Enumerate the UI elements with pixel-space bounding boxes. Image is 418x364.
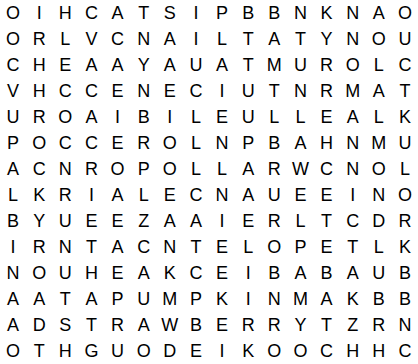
grid-cell[interactable]: L [366,104,392,130]
grid-cell[interactable]: U [105,338,131,364]
grid-cell[interactable]: R [26,234,52,260]
grid-cell[interactable]: A [131,312,157,338]
grid-cell[interactable]: E [314,182,340,208]
grid-cell[interactable]: E [52,52,78,78]
grid-cell[interactable]: C [314,156,340,182]
grid-cell[interactable]: O [157,130,183,156]
grid-cell[interactable]: N [131,78,157,104]
grid-cell[interactable]: T [340,234,366,260]
grid-cell[interactable]: T [235,52,261,78]
grid-cell[interactable]: N [52,156,78,182]
grid-cell[interactable]: R [52,182,78,208]
grid-cell[interactable]: N [340,26,366,52]
grid-cell[interactable]: R [26,104,52,130]
grid-cell[interactable]: N [209,182,235,208]
grid-cell[interactable]: G [78,338,104,364]
grid-cell[interactable]: A [366,78,392,104]
grid-cell[interactable]: I [235,286,261,312]
grid-cell[interactable]: K [26,182,52,208]
grid-cell[interactable]: O [261,234,287,260]
grid-cell[interactable]: K [314,0,340,26]
grid-cell[interactable]: E [105,208,131,234]
grid-cell[interactable]: A [314,286,340,312]
grid-cell[interactable]: R [314,78,340,104]
grid-cell[interactable]: A [183,208,209,234]
grid-cell[interactable]: T [26,338,52,364]
grid-cell[interactable]: B [183,312,209,338]
grid-cell[interactable]: I [183,26,209,52]
grid-cell[interactable]: P [235,130,261,156]
grid-cell[interactable]: C [314,338,340,364]
grid-cell[interactable]: A [340,104,366,130]
grid-cell[interactable]: T [52,286,78,312]
grid-cell[interactable]: H [366,338,392,364]
grid-cell[interactable]: P [105,286,131,312]
grid-cell[interactable]: L [235,234,261,260]
grid-cell[interactable]: O [131,338,157,364]
grid-cell[interactable]: K [340,286,366,312]
grid-cell[interactable]: P [131,156,157,182]
grid-cell[interactable]: T [314,208,340,234]
grid-cell[interactable]: T [287,26,313,52]
grid-cell[interactable]: T [235,26,261,52]
grid-cell[interactable]: C [392,52,418,78]
grid-cell[interactable]: K [392,234,418,260]
grid-cell[interactable]: B [261,0,287,26]
grid-cell[interactable]: A [78,104,104,130]
grid-cell[interactable]: U [261,182,287,208]
grid-cell[interactable]: T [78,234,104,260]
grid-cell[interactable]: M [366,130,392,156]
grid-cell[interactable]: O [366,156,392,182]
grid-cell[interactable]: T [392,78,418,104]
grid-cell[interactable]: A [287,260,313,286]
grid-cell[interactable]: A [105,0,131,26]
grid-cell[interactable]: K [157,260,183,286]
grid-cell[interactable]: C [105,26,131,52]
grid-cell[interactable]: S [157,0,183,26]
grid-cell[interactable]: L [183,156,209,182]
grid-cell[interactable]: C [78,78,104,104]
grid-cell[interactable]: M [287,286,313,312]
grid-cell[interactable]: O [26,130,52,156]
grid-cell[interactable]: T [131,0,157,26]
grid-cell[interactable]: K [235,338,261,364]
grid-cell[interactable]: M [261,52,287,78]
grid-cell[interactable]: P [183,286,209,312]
grid-cell[interactable]: R [392,208,418,234]
grid-cell[interactable]: T [78,312,104,338]
grid-cell[interactable]: N [261,286,287,312]
grid-cell[interactable]: C [183,182,209,208]
grid-cell[interactable]: V [78,26,104,52]
grid-cell[interactable]: E [209,104,235,130]
grid-cell[interactable]: B [0,208,26,234]
grid-cell[interactable]: B [314,260,340,286]
grid-cell[interactable]: O [392,182,418,208]
grid-cell[interactable]: I [78,182,104,208]
grid-cell[interactable]: R [131,130,157,156]
grid-cell[interactable]: A [340,260,366,286]
grid-cell[interactable]: U [131,286,157,312]
grid-cell[interactable]: L [0,182,26,208]
grid-cell[interactable]: K [209,286,235,312]
grid-cell[interactable]: I [105,104,131,130]
grid-cell[interactable]: I [340,182,366,208]
grid-cell[interactable]: M [340,78,366,104]
word-search-board: OIHCATSIPBBNKNAOORLVCNAILTATYNOUCHEAAYAU… [0,0,418,364]
grid-cell[interactable]: L [131,182,157,208]
grid-cell[interactable]: E [157,182,183,208]
grid-cell[interactable]: I [0,234,26,260]
grid-cell[interactable]: R [366,312,392,338]
grid-cell[interactable]: M [157,286,183,312]
grid-cell[interactable]: A [105,234,131,260]
grid-cell[interactable]: L [183,104,209,130]
grid-cell[interactable]: E [105,78,131,104]
grid-cell[interactable]: V [0,78,26,104]
grid-cell[interactable]: O [26,260,52,286]
grid-cell[interactable]: U [183,52,209,78]
grid-cell[interactable]: A [0,312,26,338]
grid-cell[interactable]: L [392,156,418,182]
grid-cell[interactable]: Y [131,52,157,78]
grid-cell[interactable]: C [78,0,104,26]
grid-cell[interactable]: A [105,182,131,208]
grid-cell[interactable]: H [314,130,340,156]
grid-cell[interactable]: U [52,260,78,286]
grid-cell[interactable]: A [105,52,131,78]
grid-cell[interactable]: L [287,208,313,234]
grid-cell[interactable]: C [131,234,157,260]
grid-cell[interactable]: B [392,260,418,286]
grid-cell[interactable]: E [105,260,131,286]
grid-cell[interactable]: T [183,234,209,260]
grid-cell[interactable]: O [52,104,78,130]
grid-cell[interactable]: I [209,338,235,364]
grid-cell[interactable]: O [0,26,26,52]
grid-cell[interactable]: C [392,338,418,364]
grid-cell[interactable]: O [366,26,392,52]
grid-cell[interactable]: C [0,52,26,78]
grid-cell[interactable]: E [287,182,313,208]
grid-cell[interactable]: K [392,104,418,130]
grid-cell[interactable]: A [235,182,261,208]
grid-cell[interactable]: U [287,52,313,78]
grid-cell[interactable]: A [366,0,392,26]
grid-cell[interactable]: Y [26,208,52,234]
grid-cell[interactable]: U [366,260,392,286]
grid-cell[interactable]: Z [340,312,366,338]
grid-cell[interactable]: E [78,208,104,234]
grid-cell[interactable]: E [235,208,261,234]
grid-cell[interactable]: N [340,156,366,182]
grid-cell[interactable]: N [131,26,157,52]
grid-cell[interactable]: Y [314,26,340,52]
grid-cell[interactable]: I [157,104,183,130]
grid-cell[interactable]: B [131,104,157,130]
grid-cell[interactable]: H [78,260,104,286]
grid-cell[interactable]: A [0,286,26,312]
grid-cell[interactable]: O [340,52,366,78]
grid-cell[interactable]: O [392,0,418,26]
grid-cell[interactable]: U [235,78,261,104]
grid-cell[interactable]: L [183,130,209,156]
grid-cell[interactable]: R [261,156,287,182]
grid-cell[interactable]: N [287,0,313,26]
grid-cell[interactable]: A [209,52,235,78]
grid-cell[interactable]: B [235,0,261,26]
grid-cell[interactable]: D [26,312,52,338]
grid-cell[interactable]: B [392,286,418,312]
grid-cell[interactable]: L [52,26,78,52]
grid-cell[interactable]: B [366,286,392,312]
grid-cell[interactable]: E [157,78,183,104]
grid-cell[interactable]: D [366,208,392,234]
grid-cell[interactable]: E [209,260,235,286]
word-search-grid: OIHCATSIPBBNKNAOORLVCNAILTATYNOUCHEAAYAU… [0,0,418,364]
grid-cell[interactable]: B [261,130,287,156]
grid-cell[interactable]: A [235,156,261,182]
grid-cell[interactable]: A [78,52,104,78]
grid-cell[interactable]: P [0,130,26,156]
grid-cell[interactable]: R [314,52,340,78]
grid-cell[interactable]: Z [131,208,157,234]
grid-cell[interactable]: I [209,78,235,104]
grid-cell[interactable]: T [314,312,340,338]
grid-cell[interactable]: N [366,182,392,208]
grid-cell[interactable]: U [392,26,418,52]
grid-cell[interactable]: C [78,130,104,156]
grid-cell[interactable]: A [261,26,287,52]
grid-cell[interactable]: A [26,286,52,312]
grid-cell[interactable]: R [26,26,52,52]
grid-cell[interactable]: U [235,104,261,130]
grid-cell[interactable]: H [26,78,52,104]
grid-cell[interactable]: N [287,78,313,104]
grid-cell[interactable]: L [261,104,287,130]
grid-cell[interactable]: N [157,234,183,260]
grid-cell[interactable]: A [287,130,313,156]
grid-cell[interactable]: O [0,0,26,26]
grid-cell[interactable]: W [157,312,183,338]
grid-cell[interactable]: O [287,338,313,364]
grid-cell[interactable]: U [0,104,26,130]
grid-cell[interactable]: L [366,234,392,260]
grid-cell[interactable]: A [157,26,183,52]
grid-cell[interactable]: A [157,208,183,234]
grid-cell[interactable]: A [131,260,157,286]
grid-cell[interactable]: A [78,286,104,312]
grid-cell[interactable]: N [340,0,366,26]
grid-cell[interactable]: D [157,338,183,364]
grid-cell[interactable]: C [340,208,366,234]
grid-cell[interactable]: C [26,156,52,182]
grid-cell[interactable]: H [26,52,52,78]
grid-cell[interactable]: E [209,312,235,338]
grid-cell[interactable]: N [392,312,418,338]
grid-cell[interactable]: R [78,156,104,182]
grid-cell[interactable]: O [0,338,26,364]
grid-cell[interactable]: L [366,52,392,78]
grid-cell[interactable]: P [209,0,235,26]
grid-cell[interactable]: N [340,130,366,156]
grid-cell[interactable]: C [52,130,78,156]
grid-cell[interactable]: R [105,312,131,338]
grid-cell[interactable]: B [261,260,287,286]
grid-cell[interactable]: P [287,234,313,260]
grid-cell[interactable]: I [209,208,235,234]
grid-cell[interactable]: L [209,156,235,182]
grid-cell[interactable]: L [287,104,313,130]
grid-cell[interactable]: T [261,78,287,104]
grid-cell[interactable]: O [261,338,287,364]
grid-cell[interactable]: H [52,338,78,364]
grid-cell[interactable]: L [209,26,235,52]
grid-cell[interactable]: U [52,208,78,234]
grid-cell[interactable]: I [183,0,209,26]
grid-cell[interactable]: A [157,52,183,78]
grid-cell[interactable]: R [261,312,287,338]
grid-cell[interactable]: Y [287,312,313,338]
grid-cell[interactable]: U [392,130,418,156]
grid-cell[interactable]: W [287,156,313,182]
grid-cell[interactable]: N [52,234,78,260]
grid-cell[interactable]: C [183,78,209,104]
grid-cell[interactable]: I [26,0,52,26]
grid-cell[interactable]: S [52,312,78,338]
grid-cell[interactable]: N [209,130,235,156]
grid-cell[interactable]: E [183,338,209,364]
grid-cell[interactable]: N [0,260,26,286]
grid-cell[interactable]: E [314,234,340,260]
grid-cell[interactable]: H [52,0,78,26]
grid-cell[interactable]: H [340,338,366,364]
grid-cell[interactable]: E [209,234,235,260]
grid-cell[interactable]: O [157,156,183,182]
grid-cell[interactable]: E [314,104,340,130]
grid-cell[interactable]: O [105,156,131,182]
grid-cell[interactable]: R [261,208,287,234]
grid-cell[interactable]: R [235,312,261,338]
grid-cell[interactable]: E [105,130,131,156]
grid-cell[interactable]: A [0,156,26,182]
grid-cell[interactable]: C [183,260,209,286]
grid-cell[interactable]: C [52,78,78,104]
grid-cell[interactable]: I [235,260,261,286]
